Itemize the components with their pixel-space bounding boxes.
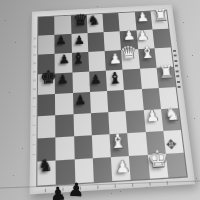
chess-piece-white-pawn: ♟: [136, 10, 149, 23]
chessboard-photo: ♚♛♞♞♝♝♟♟♟♟♟♟♚♛♜♜♝♝♞♟♟♟♟♟♟ ✥ ♟♟: [0, 0, 200, 200]
chess-piece-black-bishop: ♝: [71, 50, 85, 66]
chess-piece-black-bishop: ♝: [107, 70, 122, 86]
chess-piece-black-knight: ♞: [87, 14, 100, 28]
chess-piece-black-queen: ♛: [73, 12, 89, 28]
pieces-layer: ♚♛♞♞♝♝♟♟♟♟♟♟♚♛♜♜♝♝♞♟♟♟♟♟♟: [37, 11, 186, 186]
chess-piece-white-pawn: ♟: [136, 28, 150, 42]
chess-piece-black-pawn: ♟: [74, 33, 85, 45]
board-maker-emblem-icon: ✥: [165, 138, 177, 152]
border-coordinate-marks-left: [32, 38, 36, 156]
chess-piece-black-pawn: ♟: [90, 72, 102, 85]
chess-piece-black-knight: ♞: [38, 157, 53, 175]
chess-piece-black-pawn: ♟: [57, 72, 69, 85]
chess-piece-white-bishop: ♝: [139, 45, 156, 62]
chess-piece-black-pawn: ♟: [74, 93, 86, 107]
photo-grain: [0, 0, 1, 1]
chess-piece-black-pawn: ♟: [58, 52, 70, 65]
chess-piece-white-knight: ♞: [164, 106, 181, 124]
chess-piece-black-king: ♚: [40, 67, 57, 86]
chess-piece-white-pawn: ♟: [123, 28, 136, 42]
chess-piece-white-pawn: ♟: [115, 157, 130, 174]
chess-piece-black-pawn: ♟: [55, 34, 66, 46]
chess-piece-white-rook: ♜: [158, 64, 175, 82]
chess-board: ♚♛♞♞♝♝♟♟♟♟♟♟♚♛♜♜♝♝♞♟♟♟♟♟♟ ✥: [30, 4, 196, 194]
chess-piece-white-pawn: ♟: [109, 51, 122, 65]
chess-piece-white-rook: ♜: [153, 8, 169, 24]
chess-piece-white-bishop: ♝: [109, 132, 127, 152]
chess-piece-white-queen: ♛: [120, 43, 138, 62]
playing-area: ♚♛♞♞♝♝♟♟♟♟♟♟♚♛♜♜♝♝♞♟♟♟♟♟♟ ✥: [37, 11, 186, 186]
chess-piece-white-pawn: ♟: [145, 107, 160, 123]
